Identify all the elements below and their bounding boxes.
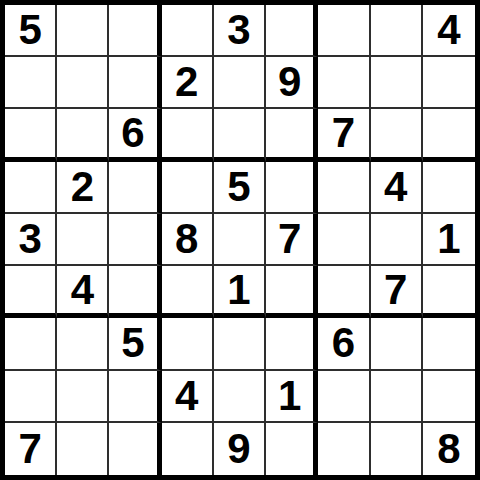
cell-r5c1[interactable]: 3 — [5, 214, 57, 266]
cell-r6c6[interactable] — [266, 266, 318, 318]
given-digit: 2 — [71, 166, 94, 208]
cell-r6c1[interactable] — [5, 266, 57, 318]
cell-r7c3[interactable]: 5 — [109, 318, 161, 370]
cell-r7c6[interactable] — [266, 318, 318, 370]
cell-r1c4[interactable] — [162, 5, 214, 57]
cell-r3c7[interactable]: 7 — [318, 109, 370, 161]
cell-r8c3[interactable] — [109, 371, 161, 423]
given-digit: 7 — [18, 428, 41, 470]
cell-r4c7[interactable] — [318, 162, 370, 214]
cell-r7c1[interactable] — [5, 318, 57, 370]
given-digit: 1 — [437, 218, 460, 260]
cell-r7c2[interactable] — [57, 318, 109, 370]
cell-r3c2[interactable] — [57, 109, 109, 161]
cell-r9c1[interactable]: 7 — [5, 423, 57, 475]
given-digit: 3 — [227, 9, 250, 51]
cell-r4c6[interactable] — [266, 162, 318, 214]
cell-r1c8[interactable] — [371, 5, 423, 57]
given-digit: 4 — [384, 166, 407, 208]
given-digit: 5 — [18, 9, 41, 51]
cell-r5c2[interactable] — [57, 214, 109, 266]
cell-r9c4[interactable] — [162, 423, 214, 475]
cell-r9c8[interactable] — [371, 423, 423, 475]
cell-r7c9[interactable] — [423, 318, 475, 370]
cell-r1c3[interactable] — [109, 5, 161, 57]
cell-r1c7[interactable] — [318, 5, 370, 57]
given-digit: 3 — [18, 218, 41, 260]
cell-r9c6[interactable] — [266, 423, 318, 475]
cell-r2c7[interactable] — [318, 57, 370, 109]
cell-r4c3[interactable] — [109, 162, 161, 214]
cell-r6c2[interactable]: 4 — [57, 266, 109, 318]
cell-r1c9[interactable]: 4 — [423, 5, 475, 57]
cell-r7c7[interactable]: 6 — [318, 318, 370, 370]
given-digit: 8 — [175, 218, 198, 260]
given-digit: 1 — [278, 375, 301, 417]
cell-r9c9[interactable]: 8 — [423, 423, 475, 475]
cell-r1c1[interactable]: 5 — [5, 5, 57, 57]
cell-r2c1[interactable] — [5, 57, 57, 109]
cell-r5c7[interactable] — [318, 214, 370, 266]
given-digit: 4 — [175, 375, 198, 417]
given-digit: 7 — [332, 112, 355, 154]
cell-r7c8[interactable] — [371, 318, 423, 370]
sudoku-grid: 534296725438714175641798 — [0, 0, 480, 480]
cell-r9c2[interactable] — [57, 423, 109, 475]
given-digit: 6 — [332, 322, 355, 364]
cell-r7c5[interactable] — [214, 318, 266, 370]
cell-r8c1[interactable] — [5, 371, 57, 423]
cell-r5c5[interactable] — [214, 214, 266, 266]
given-digit: 1 — [227, 269, 250, 311]
cell-r3c3[interactable]: 6 — [109, 109, 161, 161]
given-digit: 8 — [437, 428, 460, 470]
cell-r2c9[interactable] — [423, 57, 475, 109]
given-digit: 2 — [175, 61, 198, 103]
sudoku-board: 534296725438714175641798 — [0, 0, 480, 480]
cell-r4c4[interactable] — [162, 162, 214, 214]
cell-r8c9[interactable] — [423, 371, 475, 423]
given-digit: 5 — [227, 166, 250, 208]
cell-r6c8[interactable]: 7 — [371, 266, 423, 318]
cell-r5c3[interactable] — [109, 214, 161, 266]
given-digit: 4 — [71, 269, 94, 311]
cell-r3c6[interactable] — [266, 109, 318, 161]
cell-r5c9[interactable]: 1 — [423, 214, 475, 266]
cell-r3c5[interactable] — [214, 109, 266, 161]
cell-r8c8[interactable] — [371, 371, 423, 423]
given-digit: 9 — [278, 61, 301, 103]
cell-r9c3[interactable] — [109, 423, 161, 475]
cell-r4c8[interactable]: 4 — [371, 162, 423, 214]
cell-r2c5[interactable] — [214, 57, 266, 109]
given-digit: 4 — [437, 9, 460, 51]
cell-r6c5[interactable]: 1 — [214, 266, 266, 318]
cell-r4c2[interactable]: 2 — [57, 162, 109, 214]
cell-r1c6[interactable] — [266, 5, 318, 57]
cell-r4c9[interactable] — [423, 162, 475, 214]
cell-r7c4[interactable] — [162, 318, 214, 370]
cell-r5c8[interactable] — [371, 214, 423, 266]
cell-r8c5[interactable] — [214, 371, 266, 423]
given-digit: 6 — [121, 112, 144, 154]
cell-r5c4[interactable]: 8 — [162, 214, 214, 266]
cell-r2c8[interactable] — [371, 57, 423, 109]
cell-r8c7[interactable] — [318, 371, 370, 423]
given-digit: 7 — [384, 269, 407, 311]
cell-r9c7[interactable] — [318, 423, 370, 475]
cell-r3c4[interactable] — [162, 109, 214, 161]
cell-r2c3[interactable] — [109, 57, 161, 109]
cell-r9c5[interactable]: 9 — [214, 423, 266, 475]
cell-r6c9[interactable] — [423, 266, 475, 318]
cell-r1c2[interactable] — [57, 5, 109, 57]
cell-r3c1[interactable] — [5, 109, 57, 161]
cell-r6c7[interactable] — [318, 266, 370, 318]
cell-r3c9[interactable] — [423, 109, 475, 161]
cell-r2c6[interactable]: 9 — [266, 57, 318, 109]
given-digit: 5 — [121, 322, 144, 364]
cell-r3c8[interactable] — [371, 109, 423, 161]
cell-r4c1[interactable] — [5, 162, 57, 214]
cell-r6c3[interactable] — [109, 266, 161, 318]
cell-r8c6[interactable]: 1 — [266, 371, 318, 423]
cell-r2c4[interactable]: 2 — [162, 57, 214, 109]
cell-r5c6[interactable]: 7 — [266, 214, 318, 266]
cell-r8c2[interactable] — [57, 371, 109, 423]
given-digit: 9 — [227, 428, 250, 470]
cell-r2c2[interactable] — [57, 57, 109, 109]
cell-r1c5[interactable]: 3 — [214, 5, 266, 57]
cell-r4c5[interactable]: 5 — [214, 162, 266, 214]
cell-r8c4[interactable]: 4 — [162, 371, 214, 423]
given-digit: 7 — [278, 218, 301, 260]
cell-r6c4[interactable] — [162, 266, 214, 318]
